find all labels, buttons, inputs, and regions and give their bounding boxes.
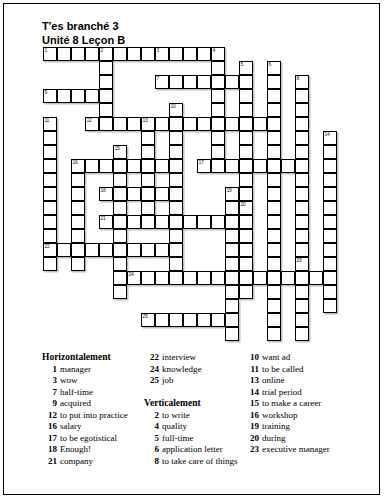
- grid-cell[interactable]: [71, 243, 85, 257]
- grid-cell[interactable]: [141, 47, 155, 61]
- grid-cell[interactable]: [113, 215, 127, 229]
- clue-number: 15: [244, 398, 259, 410]
- clue-number: 1: [42, 364, 57, 376]
- grid-cell[interactable]: [113, 159, 127, 173]
- clue-number: 12: [42, 410, 57, 422]
- page-subtitle: Unité 8 Leçon B: [42, 33, 125, 47]
- grid-cell[interactable]: [141, 173, 155, 187]
- grid-cell[interactable]: [225, 243, 239, 257]
- grid-cell[interactable]: [295, 299, 309, 313]
- grid-cell[interactable]: [295, 103, 309, 117]
- grid-cell[interactable]: [225, 201, 239, 215]
- clue-text: wow: [60, 375, 78, 387]
- grid-cell[interactable]: [99, 75, 113, 89]
- grid-cell[interactable]: [323, 285, 337, 299]
- grid-cell[interactable]: 21: [99, 215, 113, 229]
- clue-text: job: [162, 375, 174, 387]
- grid-cell[interactable]: [127, 159, 141, 173]
- grid-cell[interactable]: [239, 89, 253, 103]
- cell-number: 10: [171, 104, 176, 109]
- grid-cell[interactable]: [155, 271, 169, 285]
- grid-cell[interactable]: 14: [323, 131, 337, 145]
- grid-cell[interactable]: [141, 145, 155, 159]
- clue-item: 11to be called: [244, 364, 346, 376]
- title-block: T'es branché 3 Unité 8 Leçon B: [42, 19, 125, 47]
- clue-text: to make a career: [262, 398, 321, 410]
- grid-cell[interactable]: [239, 243, 253, 257]
- cell-number: 23: [297, 258, 302, 263]
- clue-spacer: [144, 387, 246, 399]
- grid-cell[interactable]: [141, 159, 155, 173]
- clue-number: 11: [244, 364, 259, 376]
- clue-list-header: Verticalement: [144, 398, 246, 410]
- cell-number: 20: [241, 202, 246, 207]
- grid-cell[interactable]: 15: [113, 145, 127, 159]
- grid-cell[interactable]: 17: [197, 159, 211, 173]
- grid-cell[interactable]: [43, 159, 57, 173]
- clue-text: workshop: [262, 410, 298, 422]
- grid-cell[interactable]: [323, 229, 337, 243]
- grid-cell[interactable]: [113, 187, 127, 201]
- grid-cell[interactable]: [267, 243, 281, 257]
- grid-cell[interactable]: [267, 285, 281, 299]
- clue-text: training: [262, 421, 290, 433]
- grid-cell[interactable]: [43, 201, 57, 215]
- grid-cell[interactable]: [225, 215, 239, 229]
- grid-cell[interactable]: 2: [99, 47, 113, 61]
- grid-cell[interactable]: [71, 187, 85, 201]
- grid-cell[interactable]: [155, 313, 169, 327]
- clue-column-3: 10want ad11to be called13online14trial p…: [244, 352, 346, 456]
- grid-cell[interactable]: [169, 131, 183, 145]
- clue-item: 6application letter: [144, 444, 246, 456]
- grid-cell[interactable]: [183, 271, 197, 285]
- clue-item: 10want ad: [244, 352, 346, 364]
- grid-cell[interactable]: [57, 243, 71, 257]
- grid-cell[interactable]: [295, 173, 309, 187]
- grid-cell[interactable]: [183, 215, 197, 229]
- grid-cell[interactable]: [43, 187, 57, 201]
- grid-cell[interactable]: [295, 285, 309, 299]
- cell-number: 18: [101, 188, 106, 193]
- clue-item: 8to take care of things: [144, 456, 246, 468]
- grid-cell[interactable]: [183, 313, 197, 327]
- grid-cell[interactable]: [211, 89, 225, 103]
- grid-cell[interactable]: [295, 313, 309, 327]
- clue-text: during: [262, 433, 286, 445]
- grid-cell[interactable]: [169, 47, 183, 61]
- grid-cell[interactable]: [267, 103, 281, 117]
- grid-cell[interactable]: [239, 229, 253, 243]
- cell-number: 17: [199, 160, 204, 165]
- grid-cell[interactable]: [183, 47, 197, 61]
- clue-number: 17: [42, 433, 57, 445]
- clue-number: 20: [244, 433, 259, 445]
- grid-cell[interactable]: [267, 313, 281, 327]
- grid-cell[interactable]: [239, 173, 253, 187]
- grid-cell[interactable]: [169, 215, 183, 229]
- grid-cell[interactable]: 3: [155, 47, 169, 61]
- clue-number: 13: [244, 375, 259, 387]
- grid-cell[interactable]: [113, 271, 127, 285]
- clue-number: 24: [144, 364, 159, 376]
- clue-text: online: [262, 375, 285, 387]
- grid-cell[interactable]: [57, 89, 71, 103]
- grid-cell[interactable]: [253, 271, 267, 285]
- grid-cell[interactable]: [211, 159, 225, 173]
- clue-number: 3: [42, 375, 57, 387]
- grid-cell[interactable]: [295, 117, 309, 131]
- grid-cell[interactable]: [197, 313, 211, 327]
- cell-number: 6: [269, 62, 271, 67]
- grid-cell[interactable]: [225, 299, 239, 313]
- grid-cell[interactable]: [239, 285, 253, 299]
- grid-cell[interactable]: [113, 285, 127, 299]
- grid-cell[interactable]: [211, 215, 225, 229]
- grid-cell[interactable]: [323, 299, 337, 313]
- grid-cell[interactable]: [197, 271, 211, 285]
- grid-cell[interactable]: 22: [43, 243, 57, 257]
- clue-number: 6: [144, 444, 159, 456]
- grid-cell[interactable]: 13: [141, 117, 155, 131]
- clue-item: 3wow: [42, 375, 144, 387]
- grid-cell[interactable]: [225, 229, 239, 243]
- grid-cell[interactable]: [197, 215, 211, 229]
- grid-cell[interactable]: [323, 215, 337, 229]
- clue-item: 25job: [144, 375, 246, 387]
- clue-text: knowledge: [162, 364, 202, 376]
- grid-cell[interactable]: [85, 243, 99, 257]
- grid-cell[interactable]: [239, 145, 253, 159]
- grid-cell[interactable]: [99, 159, 113, 173]
- grid-cell[interactable]: [239, 257, 253, 271]
- grid-cell[interactable]: [113, 117, 127, 131]
- grid-cell[interactable]: [239, 131, 253, 145]
- grid-cell[interactable]: [85, 47, 99, 61]
- grid-cell[interactable]: [99, 89, 113, 103]
- grid-cell[interactable]: [155, 187, 169, 201]
- grid-cell[interactable]: [169, 187, 183, 201]
- grid-cell[interactable]: 12: [85, 117, 99, 131]
- grid-cell[interactable]: [267, 215, 281, 229]
- grid-cell[interactable]: [99, 243, 113, 257]
- grid-cell[interactable]: [211, 145, 225, 159]
- clue-number: 5: [144, 433, 159, 445]
- grid-cell[interactable]: [43, 145, 57, 159]
- grid-cell[interactable]: [169, 257, 183, 271]
- clue-item: 5full-time: [144, 433, 246, 445]
- grid-cell[interactable]: [225, 159, 239, 173]
- grid-cell[interactable]: [43, 131, 57, 145]
- grid-cell[interactable]: [169, 173, 183, 187]
- grid-cell[interactable]: [43, 173, 57, 187]
- grid-cell[interactable]: 24: [127, 271, 141, 285]
- grid-cell[interactable]: 8: [295, 75, 309, 89]
- clue-number: 10: [244, 352, 259, 364]
- clue-item: 9acquired: [42, 398, 144, 410]
- grid-cell[interactable]: [127, 243, 141, 257]
- clue-item: 7half-time: [42, 387, 144, 399]
- grid-cell[interactable]: [253, 117, 267, 131]
- grid-cell[interactable]: [225, 327, 239, 341]
- grid-cell[interactable]: [281, 271, 295, 285]
- grid-cell[interactable]: [267, 173, 281, 187]
- cell-number: 1: [45, 48, 47, 53]
- grid-cell[interactable]: [211, 117, 225, 131]
- clue-item: 18Enough!: [42, 444, 144, 456]
- grid-cell[interactable]: [183, 117, 197, 131]
- clue-item: 15to make a career: [244, 398, 346, 410]
- grid-cell[interactable]: [267, 327, 281, 341]
- grid-cell[interactable]: [253, 159, 267, 173]
- grid-cell[interactable]: [169, 159, 183, 173]
- grid-cell[interactable]: [267, 75, 281, 89]
- crossword-grid: 1234567891011121314151617181920212223242…: [43, 47, 337, 341]
- grid-cell[interactable]: [127, 47, 141, 61]
- grid-cell[interactable]: [71, 47, 85, 61]
- grid-cell[interactable]: [127, 187, 141, 201]
- grid-cell[interactable]: [43, 215, 57, 229]
- grid-cell[interactable]: [267, 145, 281, 159]
- grid-cell[interactable]: 1: [43, 47, 57, 61]
- grid-cell[interactable]: 16: [71, 159, 85, 173]
- grid-cell[interactable]: [295, 145, 309, 159]
- clue-text: quality: [162, 421, 187, 433]
- grid-cell[interactable]: [295, 243, 309, 257]
- clue-text: to write: [162, 410, 190, 422]
- grid-cell[interactable]: [71, 173, 85, 187]
- cell-number: 9: [45, 90, 47, 95]
- clue-text: interview: [162, 352, 196, 364]
- clue-number: 25: [144, 375, 159, 387]
- grid-cell[interactable]: [225, 257, 239, 271]
- clue-item: 12to put into practice: [42, 410, 144, 422]
- grid-cell[interactable]: [323, 173, 337, 187]
- grid-cell[interactable]: [323, 201, 337, 215]
- grid-cell[interactable]: [225, 117, 239, 131]
- cell-number: 12: [87, 118, 92, 123]
- grid-cell[interactable]: [323, 243, 337, 257]
- grid-cell[interactable]: [295, 229, 309, 243]
- grid-cell[interactable]: [71, 229, 85, 243]
- grid-cell[interactable]: [211, 131, 225, 145]
- grid-cell[interactable]: [99, 103, 113, 117]
- grid-cell[interactable]: [169, 201, 183, 215]
- grid-cell[interactable]: 6: [267, 61, 281, 75]
- grid-cell[interactable]: [71, 201, 85, 215]
- grid-cell[interactable]: [295, 131, 309, 145]
- cell-number: 2: [101, 48, 103, 53]
- grid-cell[interactable]: [267, 131, 281, 145]
- cell-number: 25: [143, 314, 148, 319]
- grid-cell[interactable]: [169, 313, 183, 327]
- clue-text: full-time: [162, 433, 194, 445]
- clue-number: 18: [42, 444, 57, 456]
- grid-cell[interactable]: [57, 47, 71, 61]
- grid-cell[interactable]: [267, 187, 281, 201]
- grid-cell[interactable]: [169, 145, 183, 159]
- grid-cell[interactable]: [225, 285, 239, 299]
- clue-text: to take care of things: [162, 456, 237, 468]
- grid-cell[interactable]: [267, 201, 281, 215]
- grid-cell[interactable]: [155, 243, 169, 257]
- grid-cell[interactable]: 10: [169, 103, 183, 117]
- grid-cell[interactable]: [155, 159, 169, 173]
- grid-cell[interactable]: [155, 117, 169, 131]
- cell-number: 22: [45, 244, 50, 249]
- grid-cell[interactable]: [239, 75, 253, 89]
- clue-number: 16: [244, 410, 259, 422]
- cell-number: 8: [297, 76, 299, 81]
- grid-cell[interactable]: 20: [239, 201, 253, 215]
- clue-item: 20during: [244, 433, 346, 445]
- clue-item: 23executive manager: [244, 444, 346, 456]
- clue-text: to be called: [262, 364, 303, 376]
- grid-cell[interactable]: [267, 89, 281, 103]
- clue-text: Enough!: [60, 444, 91, 456]
- grid-cell[interactable]: [113, 257, 127, 271]
- grid-cell[interactable]: [113, 243, 127, 257]
- grid-cell[interactable]: [267, 257, 281, 271]
- cell-number: 24: [129, 272, 134, 277]
- grid-cell[interactable]: [197, 117, 211, 131]
- grid-cell[interactable]: [141, 215, 155, 229]
- grid-cell[interactable]: [295, 187, 309, 201]
- grid-cell[interactable]: [43, 257, 57, 271]
- grid-cell[interactable]: [323, 257, 337, 271]
- grid-cell[interactable]: [197, 75, 211, 89]
- grid-cell[interactable]: 25: [141, 313, 155, 327]
- grid-cell[interactable]: [183, 75, 197, 89]
- clue-item: 14trial period: [244, 387, 346, 399]
- grid-cell[interactable]: [225, 271, 239, 285]
- grid-cell[interactable]: [323, 187, 337, 201]
- grid-cell[interactable]: 4: [211, 47, 225, 61]
- clue-item: 16salary: [42, 421, 144, 433]
- grid-cell[interactable]: [211, 61, 225, 75]
- clue-item: 13online: [244, 375, 346, 387]
- grid-cell[interactable]: [85, 159, 99, 173]
- grid-cell[interactable]: [239, 215, 253, 229]
- grid-cell[interactable]: [99, 117, 113, 131]
- grid-cell[interactable]: 23: [295, 257, 309, 271]
- grid-cell[interactable]: [155, 215, 169, 229]
- grid-cell[interactable]: [43, 229, 57, 243]
- grid-cell[interactable]: [113, 201, 127, 215]
- grid-cell[interactable]: [281, 159, 295, 173]
- clue-text: to be egotistical: [60, 433, 117, 445]
- clue-text: to put into practice: [60, 410, 128, 422]
- grid-cell[interactable]: [169, 229, 183, 243]
- grid-cell[interactable]: [211, 313, 225, 327]
- cell-number: 21: [101, 216, 106, 221]
- grid-cell[interactable]: [99, 61, 113, 75]
- grid-cell[interactable]: [309, 271, 323, 285]
- grid-cell[interactable]: [169, 271, 183, 285]
- grid-cell[interactable]: [295, 201, 309, 215]
- grid-cell[interactable]: [113, 229, 127, 243]
- grid-cell[interactable]: [323, 145, 337, 159]
- grid-cell[interactable]: [295, 271, 309, 285]
- grid-cell[interactable]: [267, 299, 281, 313]
- grid-cell[interactable]: [169, 75, 183, 89]
- grid-cell[interactable]: [267, 271, 281, 285]
- grid-cell[interactable]: [267, 229, 281, 243]
- grid-cell[interactable]: [197, 47, 211, 61]
- clue-text: manager: [60, 364, 91, 376]
- grid-cell[interactable]: [113, 47, 127, 61]
- grid-cell[interactable]: 19: [225, 187, 239, 201]
- grid-cell[interactable]: [113, 173, 127, 187]
- clue-item: 2to write: [144, 410, 246, 422]
- grid-cell[interactable]: [239, 159, 253, 173]
- grid-cell[interactable]: [169, 243, 183, 257]
- grid-cell[interactable]: [295, 327, 309, 341]
- clue-number: 14: [244, 387, 259, 399]
- grid-cell[interactable]: [323, 159, 337, 173]
- clue-column-2: 22interview24knowledge25jobVerticalement…: [144, 352, 246, 467]
- grid-cell[interactable]: [211, 103, 225, 117]
- grid-cell[interactable]: [323, 271, 337, 285]
- grid-cell[interactable]: [239, 117, 253, 131]
- grid-cell[interactable]: [71, 89, 85, 103]
- clue-text: half-time: [60, 387, 93, 399]
- clue-number: 2: [144, 410, 159, 422]
- clue-item: 17to be egotistical: [42, 433, 144, 445]
- grid-cell[interactable]: [85, 89, 99, 103]
- grid-cell[interactable]: [141, 131, 155, 145]
- grid-cell[interactable]: [71, 215, 85, 229]
- clue-text: want ad: [262, 352, 290, 364]
- grid-cell[interactable]: [295, 159, 309, 173]
- grid-cell[interactable]: [295, 215, 309, 229]
- grid-cell[interactable]: [71, 257, 85, 271]
- grid-cell[interactable]: [239, 103, 253, 117]
- cell-number: 14: [325, 132, 330, 137]
- grid-cell[interactable]: [211, 75, 225, 89]
- grid-cell[interactable]: [267, 159, 281, 173]
- grid-cell[interactable]: [141, 201, 155, 215]
- cell-number: 11: [45, 118, 50, 123]
- grid-cell[interactable]: [141, 243, 155, 257]
- grid-cell[interactable]: [267, 117, 281, 131]
- grid-cell[interactable]: 9: [43, 89, 57, 103]
- grid-cell[interactable]: 5: [239, 61, 253, 75]
- clue-number: 7: [42, 387, 57, 399]
- grid-cell[interactable]: [225, 75, 239, 89]
- clues-section: Horizontalement1manager3wow7half-time9ac…: [0, 352, 386, 472]
- grid-cell[interactable]: [295, 89, 309, 103]
- grid-cell[interactable]: [225, 313, 239, 327]
- grid-cell[interactable]: [239, 187, 253, 201]
- clue-number: 19: [244, 421, 259, 433]
- grid-cell[interactable]: [141, 187, 155, 201]
- cell-number: 19: [227, 188, 232, 193]
- grid-cell[interactable]: [239, 271, 253, 285]
- grid-cell[interactable]: 11: [43, 117, 57, 131]
- grid-cell[interactable]: [211, 271, 225, 285]
- grid-cell[interactable]: 7: [155, 75, 169, 89]
- clue-number: 4: [144, 421, 159, 433]
- clue-item: 4quality: [144, 421, 246, 433]
- clue-list-header: Horizontalement: [42, 352, 144, 364]
- grid-cell[interactable]: [141, 271, 155, 285]
- grid-cell[interactable]: [127, 215, 141, 229]
- grid-cell[interactable]: 18: [99, 187, 113, 201]
- cell-number: 3: [157, 48, 159, 53]
- grid-cell[interactable]: [127, 117, 141, 131]
- grid-cell[interactable]: [169, 117, 183, 131]
